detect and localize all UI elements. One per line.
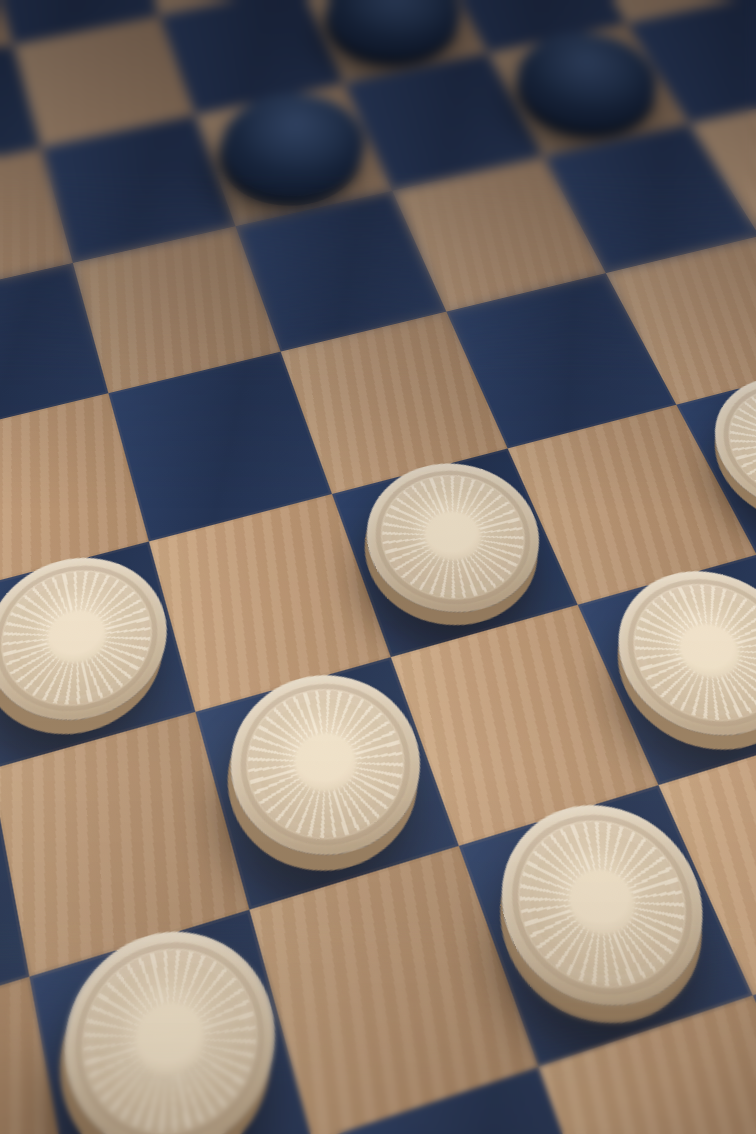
- checkers-board: [0, 0, 756, 1134]
- checker-dark[interactable]: [311, 0, 478, 69]
- photo-stage: [0, 0, 756, 1134]
